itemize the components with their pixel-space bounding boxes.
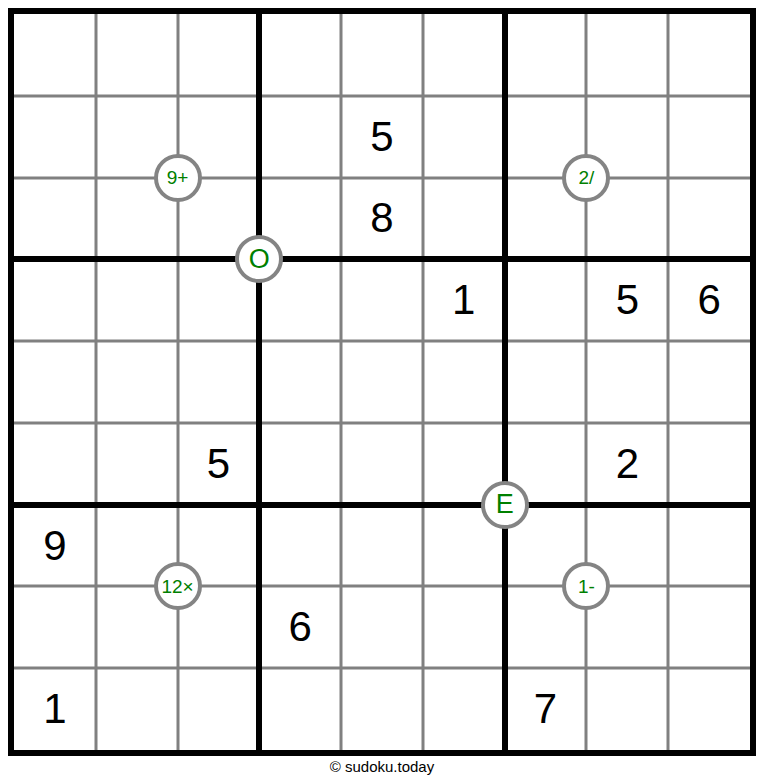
given-digit: 5 xyxy=(370,116,393,158)
cell-r1c7[interactable] xyxy=(505,14,587,96)
cell-r9c5[interactable] xyxy=(341,668,423,750)
cell-r6c9[interactable] xyxy=(668,423,750,505)
cell-r8c1[interactable] xyxy=(14,586,96,668)
cell-r6c4[interactable] xyxy=(259,423,341,505)
given-digit: 6 xyxy=(697,279,720,321)
mathrax-circle-2/: 2/ xyxy=(562,154,610,202)
cells: 58156529617 xyxy=(14,14,750,750)
cell-r8c5[interactable] xyxy=(341,586,423,668)
cell-r6c1[interactable] xyxy=(14,423,96,505)
cell-r1c6[interactable] xyxy=(423,14,505,96)
cell-r2c9[interactable] xyxy=(668,96,750,178)
cell-r1c8[interactable] xyxy=(586,14,668,96)
cell-line-horizontal xyxy=(14,340,750,343)
cell-line-vertical xyxy=(94,14,97,750)
cell-r3c9[interactable] xyxy=(668,178,750,260)
cell-r9c4[interactable] xyxy=(259,668,341,750)
copyright-text: © sudoku.today xyxy=(8,758,756,775)
cell-r4c1[interactable] xyxy=(14,259,96,341)
cell-r6c5[interactable] xyxy=(341,423,423,505)
cell-r5c8[interactable] xyxy=(586,341,668,423)
mathrax-circle-1-: 1- xyxy=(562,562,610,610)
cell-r5c9[interactable] xyxy=(668,341,750,423)
box-line-vertical xyxy=(502,14,508,750)
cell-r5c6[interactable] xyxy=(423,341,505,423)
mathrax-circle-12×: 12× xyxy=(154,562,202,610)
cell-r9c1[interactable]: 1 xyxy=(14,668,96,750)
cell-r7c9[interactable] xyxy=(668,505,750,587)
given-digit: 9 xyxy=(43,525,66,567)
mathrax-circle-E: E xyxy=(481,481,529,529)
cell-r1c2[interactable] xyxy=(96,14,178,96)
given-digit: 2 xyxy=(616,443,639,485)
cell-r9c6[interactable] xyxy=(423,668,505,750)
cell-r1c9[interactable] xyxy=(668,14,750,96)
cell-r2c4[interactable] xyxy=(259,96,341,178)
mathrax-board: 58156529617 9+2/OE12×1- xyxy=(8,8,756,756)
cell-line-horizontal xyxy=(14,94,750,97)
given-digit: 1 xyxy=(452,279,475,321)
cell-r1c4[interactable] xyxy=(259,14,341,96)
mathrax-circle-O: O xyxy=(235,235,283,283)
cell-r9c3[interactable] xyxy=(178,668,260,750)
box-line-horizontal xyxy=(14,256,750,262)
cell-line-horizontal xyxy=(14,176,750,179)
cell-r5c1[interactable] xyxy=(14,341,96,423)
cell-r5c4[interactable] xyxy=(259,341,341,423)
cell-line-vertical xyxy=(667,14,670,750)
cell-line-vertical xyxy=(340,14,343,750)
cell-r7c5[interactable] xyxy=(341,505,423,587)
given-digit: 1 xyxy=(43,688,66,730)
cell-r5c3[interactable] xyxy=(178,341,260,423)
cell-line-vertical xyxy=(421,14,424,750)
cell-r3c5[interactable]: 8 xyxy=(341,178,423,260)
given-digit: 5 xyxy=(207,443,230,485)
cell-r9c9[interactable] xyxy=(668,668,750,750)
box-line-vertical xyxy=(256,14,262,750)
cell-r5c5[interactable] xyxy=(341,341,423,423)
cell-r4c8[interactable]: 5 xyxy=(586,259,668,341)
cell-r9c7[interactable]: 7 xyxy=(505,668,587,750)
cell-line-horizontal xyxy=(14,667,750,670)
cell-r6c2[interactable] xyxy=(96,423,178,505)
cell-r9c8[interactable] xyxy=(586,668,668,750)
cell-line-vertical xyxy=(176,14,179,750)
mathrax-circle-9+: 9+ xyxy=(154,154,202,202)
mathrax-puzzle-page: 58156529617 9+2/OE12×1- © sudoku.today xyxy=(0,0,767,777)
cell-r4c2[interactable] xyxy=(96,259,178,341)
given-digit: 6 xyxy=(289,606,312,648)
cell-r7c4[interactable] xyxy=(259,505,341,587)
cell-r6c8[interactable]: 2 xyxy=(586,423,668,505)
cell-r3c1[interactable] xyxy=(14,178,96,260)
board-inner: 58156529617 9+2/OE12×1- xyxy=(14,14,750,750)
cell-r4c9[interactable]: 6 xyxy=(668,259,750,341)
cell-r9c2[interactable] xyxy=(96,668,178,750)
cell-r4c7[interactable] xyxy=(505,259,587,341)
cell-r4c5[interactable] xyxy=(341,259,423,341)
cell-r2c6[interactable] xyxy=(423,96,505,178)
cell-r5c2[interactable] xyxy=(96,341,178,423)
cell-r4c6[interactable]: 1 xyxy=(423,259,505,341)
cell-r8c9[interactable] xyxy=(668,586,750,668)
cell-r3c6[interactable] xyxy=(423,178,505,260)
cell-r8c4[interactable]: 6 xyxy=(259,586,341,668)
box-line-horizontal xyxy=(14,502,750,508)
cell-line-vertical xyxy=(585,14,588,750)
given-digit: 8 xyxy=(370,197,393,239)
cell-r2c5[interactable]: 5 xyxy=(341,96,423,178)
given-digit: 7 xyxy=(534,688,557,730)
given-digit: 5 xyxy=(616,279,639,321)
cell-r8c6[interactable] xyxy=(423,586,505,668)
cell-r1c1[interactable] xyxy=(14,14,96,96)
cell-r5c7[interactable] xyxy=(505,341,587,423)
cell-r7c1[interactable]: 9 xyxy=(14,505,96,587)
cell-line-horizontal xyxy=(14,421,750,424)
cell-line-horizontal xyxy=(14,585,750,588)
cell-r1c5[interactable] xyxy=(341,14,423,96)
cell-r6c3[interactable]: 5 xyxy=(178,423,260,505)
cell-r1c3[interactable] xyxy=(178,14,260,96)
cell-r2c1[interactable] xyxy=(14,96,96,178)
